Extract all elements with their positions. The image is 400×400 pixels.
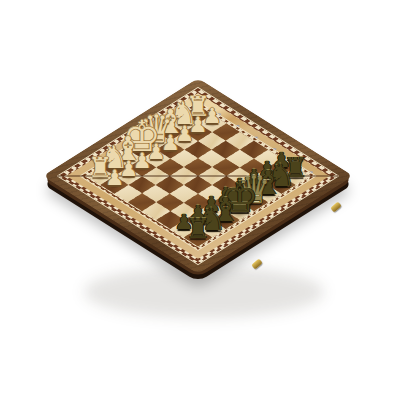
mosaic-border-outer: ♜♟♟♜♞♟♟♞♝♟♟♝♛♟♟♛♚♟♟♚♝♟♟♝♞♟♟♞♜♟♟♜ (57, 87, 340, 265)
brass-clasp[interactable] (251, 258, 263, 269)
brass-clasp[interactable] (330, 201, 342, 212)
black-rook-glyph: ♜ (166, 215, 230, 242)
white-pawn-glyph: ♟ (82, 168, 146, 189)
photo-canvas: ♜♟♟♜♞♟♟♞♝♟♟♝♛♟♟♛♚♟♟♚♝♟♟♝♞♟♟♞♜♟♟♜ (0, 0, 400, 400)
chess-board: ♜♟♟♜♞♟♟♞♝♟♟♝♛♟♟♛♚♟♟♚♝♟♟♝♞♟♟♞♜♟♟♜ (42, 78, 353, 274)
walnut-frame: ♜♟♟♜♞♟♟♞♝♟♟♝♛♟♟♛♚♟♟♚♝♟♟♝♞♟♟♞♜♟♟♜ (42, 78, 353, 274)
square-h8[interactable]: ♜ (184, 229, 212, 247)
burl-inlay-band: ♜♟♟♜♞♟♟♞♝♟♟♝♛♟♟♛♚♟♟♚♝♟♟♝♞♟♟♞♜♟♟♜ (66, 93, 329, 259)
